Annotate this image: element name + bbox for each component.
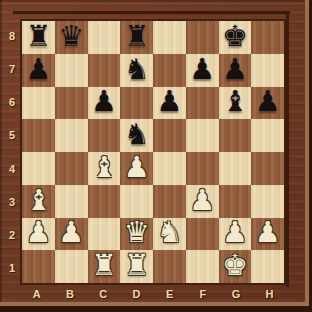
square-f5[interactable] bbox=[186, 119, 219, 152]
square-h8[interactable] bbox=[251, 21, 284, 54]
square-a2[interactable]: ♟ bbox=[22, 218, 55, 251]
white-rook-c1[interactable]: ♜ bbox=[91, 251, 117, 280]
rank-label-3: 3 bbox=[0, 185, 19, 218]
rank-label-7: 7 bbox=[0, 52, 19, 85]
frame-top-edge bbox=[0, 0, 312, 2]
square-h2[interactable]: ♟ bbox=[251, 218, 284, 251]
black-rook-d8[interactable]: ♜ bbox=[124, 22, 150, 51]
black-rook-a8[interactable]: ♜ bbox=[25, 22, 51, 51]
white-king-g1[interactable]: ♚ bbox=[222, 251, 248, 280]
square-c1[interactable]: ♜ bbox=[88, 250, 121, 283]
rank-label-2: 2 bbox=[0, 219, 19, 252]
square-g4[interactable] bbox=[219, 152, 252, 185]
black-queen-b8[interactable]: ♛ bbox=[58, 22, 84, 51]
chess-board-frame: 87654321 ♜♛♜♚♟♞♟♟♟♟♝♟♞♝♟♝♟♟♟♛♞♟♟♜♜♚ ABCD… bbox=[0, 0, 312, 312]
square-c8[interactable] bbox=[88, 21, 121, 54]
square-b1[interactable] bbox=[55, 250, 88, 283]
rank-label-6: 6 bbox=[0, 86, 19, 119]
square-f6[interactable] bbox=[186, 87, 219, 120]
square-f7[interactable]: ♟ bbox=[186, 54, 219, 87]
square-g8[interactable]: ♚ bbox=[219, 21, 252, 54]
square-g1[interactable]: ♚ bbox=[219, 250, 252, 283]
square-b6[interactable] bbox=[55, 87, 88, 120]
file-label-g: G bbox=[220, 285, 253, 303]
square-h5[interactable] bbox=[251, 119, 284, 152]
frame-groove-right bbox=[286, 11, 289, 287]
square-d3[interactable] bbox=[120, 185, 153, 218]
frame-groove-top bbox=[13, 11, 290, 14]
square-b4[interactable] bbox=[55, 152, 88, 185]
square-b2[interactable]: ♟ bbox=[55, 218, 88, 251]
square-f1[interactable] bbox=[186, 250, 219, 283]
square-e7[interactable] bbox=[153, 54, 186, 87]
white-bishop-c4[interactable]: ♝ bbox=[91, 153, 117, 182]
square-a4[interactable] bbox=[22, 152, 55, 185]
black-knight-d5[interactable]: ♞ bbox=[124, 120, 150, 149]
square-a3[interactable]: ♝ bbox=[22, 185, 55, 218]
square-d7[interactable]: ♞ bbox=[120, 54, 153, 87]
square-f4[interactable] bbox=[186, 152, 219, 185]
square-b7[interactable] bbox=[55, 54, 88, 87]
square-a6[interactable] bbox=[22, 87, 55, 120]
black-pawn-f7[interactable]: ♟ bbox=[189, 55, 215, 84]
square-e6[interactable]: ♟ bbox=[153, 87, 186, 120]
black-pawn-c6[interactable]: ♟ bbox=[91, 87, 117, 116]
square-c6[interactable]: ♟ bbox=[88, 87, 121, 120]
file-label-f: F bbox=[186, 285, 219, 303]
white-pawn-d4[interactable]: ♟ bbox=[124, 153, 150, 182]
white-bishop-a3[interactable]: ♝ bbox=[25, 186, 51, 215]
square-d5[interactable]: ♞ bbox=[120, 119, 153, 152]
rank-label-4: 4 bbox=[0, 152, 19, 185]
file-label-a: A bbox=[20, 285, 53, 303]
board: ♜♛♜♚♟♞♟♟♟♟♝♟♞♝♟♝♟♟♟♛♞♟♟♜♜♚ bbox=[20, 19, 286, 285]
square-d8[interactable]: ♜ bbox=[120, 21, 153, 54]
square-h4[interactable] bbox=[251, 152, 284, 185]
square-f8[interactable] bbox=[186, 21, 219, 54]
square-c7[interactable] bbox=[88, 54, 121, 87]
file-label-d: D bbox=[120, 285, 153, 303]
white-knight-e2[interactable]: ♞ bbox=[156, 218, 182, 247]
square-c5[interactable] bbox=[88, 119, 121, 152]
white-pawn-f3[interactable]: ♟ bbox=[189, 186, 215, 215]
rank-labels: 87654321 bbox=[0, 19, 19, 285]
square-g6[interactable]: ♝ bbox=[219, 87, 252, 120]
square-d1[interactable]: ♜ bbox=[120, 250, 153, 283]
black-pawn-a7[interactable]: ♟ bbox=[25, 55, 51, 84]
square-h1[interactable] bbox=[251, 250, 284, 283]
square-c3[interactable] bbox=[88, 185, 121, 218]
square-d6[interactable] bbox=[120, 87, 153, 120]
square-h3[interactable] bbox=[251, 185, 284, 218]
square-g3[interactable] bbox=[219, 185, 252, 218]
square-b3[interactable] bbox=[55, 185, 88, 218]
black-knight-d7[interactable]: ♞ bbox=[124, 55, 150, 84]
rank-label-1: 1 bbox=[0, 252, 19, 285]
square-g5[interactable] bbox=[219, 119, 252, 152]
square-f3[interactable]: ♟ bbox=[186, 185, 219, 218]
white-pawn-g2[interactable]: ♟ bbox=[222, 218, 248, 247]
black-pawn-h6[interactable]: ♟ bbox=[255, 87, 281, 116]
square-b8[interactable]: ♛ bbox=[55, 21, 88, 54]
square-e4[interactable] bbox=[153, 152, 186, 185]
square-e3[interactable] bbox=[153, 185, 186, 218]
square-a1[interactable] bbox=[22, 250, 55, 283]
rank-label-5: 5 bbox=[0, 119, 19, 152]
square-g7[interactable]: ♟ bbox=[219, 54, 252, 87]
square-d4[interactable]: ♟ bbox=[120, 152, 153, 185]
file-label-c: C bbox=[87, 285, 120, 303]
file-label-e: E bbox=[153, 285, 186, 303]
white-pawn-a2[interactable]: ♟ bbox=[25, 218, 51, 247]
file-label-h: H bbox=[253, 285, 286, 303]
square-a7[interactable]: ♟ bbox=[22, 54, 55, 87]
black-pawn-e6[interactable]: ♟ bbox=[156, 87, 182, 116]
rank-label-8: 8 bbox=[0, 19, 19, 52]
square-e2[interactable]: ♞ bbox=[153, 218, 186, 251]
square-e5[interactable] bbox=[153, 119, 186, 152]
square-a5[interactable] bbox=[22, 119, 55, 152]
white-queen-d2[interactable]: ♛ bbox=[124, 218, 150, 247]
square-g2[interactable]: ♟ bbox=[219, 218, 252, 251]
black-pawn-g7[interactable]: ♟ bbox=[222, 55, 248, 84]
square-c4[interactable]: ♝ bbox=[88, 152, 121, 185]
black-bishop-g6[interactable]: ♝ bbox=[222, 87, 248, 116]
square-d2[interactable]: ♛ bbox=[120, 218, 153, 251]
white-rook-d1[interactable]: ♜ bbox=[124, 251, 150, 280]
white-pawn-b2[interactable]: ♟ bbox=[58, 218, 84, 247]
frame-bottom-edge bbox=[0, 306, 312, 312]
square-h6[interactable]: ♟ bbox=[251, 87, 284, 120]
square-b5[interactable] bbox=[55, 119, 88, 152]
square-e8[interactable] bbox=[153, 21, 186, 54]
file-labels: ABCDEFGH bbox=[20, 285, 286, 303]
black-king-g8[interactable]: ♚ bbox=[222, 22, 248, 51]
frame-right-edge bbox=[309, 0, 312, 312]
square-h7[interactable] bbox=[251, 54, 284, 87]
square-e1[interactable] bbox=[153, 250, 186, 283]
square-a8[interactable]: ♜ bbox=[22, 21, 55, 54]
square-f2[interactable] bbox=[186, 218, 219, 251]
white-pawn-h2[interactable]: ♟ bbox=[255, 218, 281, 247]
file-label-b: B bbox=[53, 285, 86, 303]
square-c2[interactable] bbox=[88, 218, 121, 251]
